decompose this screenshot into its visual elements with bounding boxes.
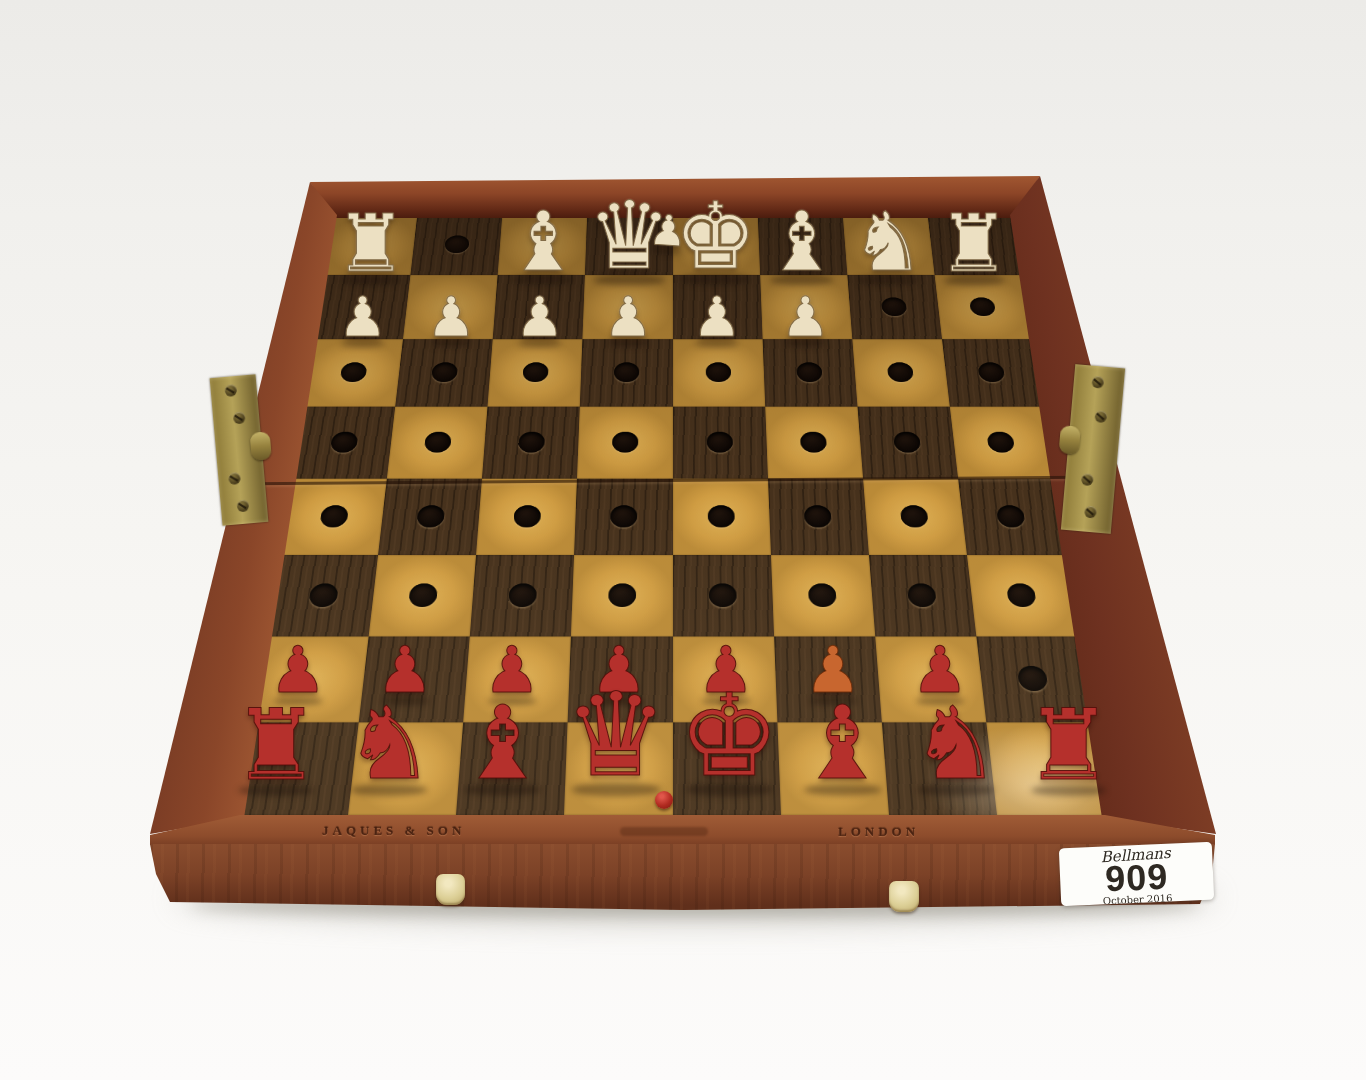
square xyxy=(777,723,889,815)
square xyxy=(280,479,387,555)
peg-hole xyxy=(408,583,438,607)
screw-icon xyxy=(236,499,249,512)
square xyxy=(463,636,571,723)
square xyxy=(882,723,997,815)
box-front-lip: JAQUES & SON LONDON xyxy=(150,815,1215,845)
square xyxy=(403,275,498,339)
peg-hole xyxy=(523,363,549,383)
screw-icon xyxy=(1084,506,1097,519)
square xyxy=(313,275,410,339)
square xyxy=(476,479,577,555)
auction-photo-travel-chess-set: ♜♝♛♚♝♞♜♟♟♟♟♟♟♟♟♟♟♟♟♟♜♞♝♛♚♝♞♜ ♟ JAQUES & … xyxy=(0,0,1366,1080)
peg-hole xyxy=(424,432,452,453)
screw-icon xyxy=(233,411,246,424)
square xyxy=(852,339,950,407)
square xyxy=(927,214,1021,275)
square xyxy=(673,479,771,555)
peg-hole xyxy=(1006,583,1037,607)
square xyxy=(378,479,482,555)
square xyxy=(254,636,369,723)
square xyxy=(958,479,1065,555)
square xyxy=(842,214,934,275)
peg-hole xyxy=(508,583,537,607)
screw-icon xyxy=(1091,376,1104,389)
loose-ivory-pawn: ♟ xyxy=(648,209,688,254)
square xyxy=(583,275,673,339)
square xyxy=(875,636,986,723)
square xyxy=(411,214,503,275)
hinge-knuckle-icon xyxy=(250,431,272,461)
hinge-knuckle-icon xyxy=(1059,425,1081,455)
square xyxy=(765,407,863,479)
square xyxy=(934,275,1031,339)
peg-hole xyxy=(444,235,470,253)
square xyxy=(292,407,395,479)
square xyxy=(577,407,672,479)
square xyxy=(757,214,847,275)
peg-hole xyxy=(319,505,349,527)
square xyxy=(976,636,1091,723)
square xyxy=(568,636,673,723)
square xyxy=(673,636,778,723)
peg-hole xyxy=(803,505,831,527)
square xyxy=(967,555,1078,636)
square xyxy=(359,636,470,723)
peg-hole xyxy=(340,363,368,383)
peg-hole xyxy=(996,505,1026,527)
loose-red-ball-finial xyxy=(655,791,673,809)
square xyxy=(323,214,417,275)
bone-knob-right xyxy=(889,881,919,912)
maker-stamp-right: LONDON xyxy=(838,824,919,840)
square xyxy=(498,214,588,275)
peg-hole xyxy=(907,583,937,607)
screw-icon xyxy=(224,384,237,397)
square xyxy=(673,407,768,479)
square xyxy=(673,275,763,339)
peg-hole xyxy=(1017,666,1049,691)
peg-hole xyxy=(431,363,458,383)
peg-hole xyxy=(518,432,545,453)
square xyxy=(760,275,852,339)
screw-icon xyxy=(228,472,241,485)
peg-hole xyxy=(900,505,929,527)
peg-hole xyxy=(800,432,827,453)
peg-hole xyxy=(969,297,996,316)
square xyxy=(348,723,463,815)
square xyxy=(574,479,672,555)
peg-hole xyxy=(614,363,640,383)
square xyxy=(857,407,958,479)
square xyxy=(673,723,781,815)
peg-hole xyxy=(887,363,914,383)
board-grid xyxy=(240,214,1105,815)
square xyxy=(869,555,976,636)
square xyxy=(303,339,403,407)
square xyxy=(493,275,585,339)
peg-hole xyxy=(796,363,822,383)
square xyxy=(395,339,493,407)
peg-hole xyxy=(708,583,736,607)
square xyxy=(863,479,967,555)
square xyxy=(986,723,1105,815)
peg-hole xyxy=(706,432,732,453)
peg-hole xyxy=(612,432,638,453)
square xyxy=(950,407,1053,479)
peg-hole xyxy=(330,432,359,453)
square xyxy=(942,339,1042,407)
square xyxy=(482,407,580,479)
box-front-face xyxy=(150,844,1215,912)
peg-hole xyxy=(705,363,731,383)
square xyxy=(768,479,869,555)
bone-knob-left xyxy=(436,874,465,905)
screw-icon xyxy=(1094,410,1107,423)
peg-hole xyxy=(881,297,907,316)
square xyxy=(369,555,476,636)
square xyxy=(240,723,359,815)
peg-hole xyxy=(977,363,1005,383)
square xyxy=(673,555,774,636)
peg-hole xyxy=(513,505,541,527)
square xyxy=(456,723,568,815)
square xyxy=(488,339,583,407)
peg-hole xyxy=(416,505,445,527)
peg-hole xyxy=(308,583,339,607)
square xyxy=(771,555,875,636)
worn-stamp-mark xyxy=(620,827,708,836)
peg-hole xyxy=(808,583,837,607)
square xyxy=(470,555,574,636)
square xyxy=(762,339,857,407)
square xyxy=(847,275,942,339)
square xyxy=(580,339,672,407)
chessboard xyxy=(240,214,1105,815)
square xyxy=(387,407,488,479)
peg-hole xyxy=(609,583,637,607)
screw-icon xyxy=(1081,473,1094,486)
maker-stamp-left: JAQUES & SON xyxy=(322,823,465,839)
square xyxy=(268,555,379,636)
auction-lot-sticker: Bellmans 909 October 2016 xyxy=(1059,842,1214,907)
peg-hole xyxy=(893,432,921,453)
square xyxy=(571,555,672,636)
peg-hole xyxy=(611,505,638,527)
peg-hole xyxy=(707,505,734,527)
peg-hole xyxy=(986,432,1015,453)
square xyxy=(673,339,765,407)
square xyxy=(774,636,882,723)
